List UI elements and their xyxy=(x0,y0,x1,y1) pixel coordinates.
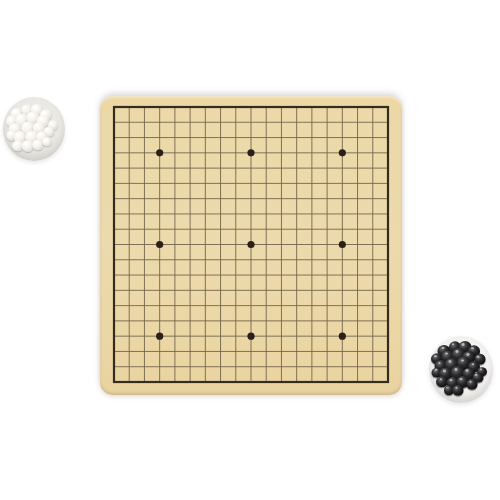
star-point xyxy=(156,149,163,156)
star-point xyxy=(247,333,254,340)
star-point xyxy=(156,333,163,340)
star-point xyxy=(247,149,254,156)
star-point xyxy=(247,241,254,248)
black-stones-bowl xyxy=(429,336,493,403)
star-point xyxy=(339,241,346,248)
go-grid xyxy=(112,105,390,384)
white-stones-bowl xyxy=(3,97,65,161)
star-point xyxy=(156,241,163,248)
go-board xyxy=(100,96,402,395)
black-stone xyxy=(466,379,477,389)
white-stone xyxy=(42,137,52,146)
black-stone xyxy=(452,385,463,395)
star-point xyxy=(339,149,346,156)
star-point xyxy=(339,333,346,340)
go-set-product-photo xyxy=(0,0,500,500)
